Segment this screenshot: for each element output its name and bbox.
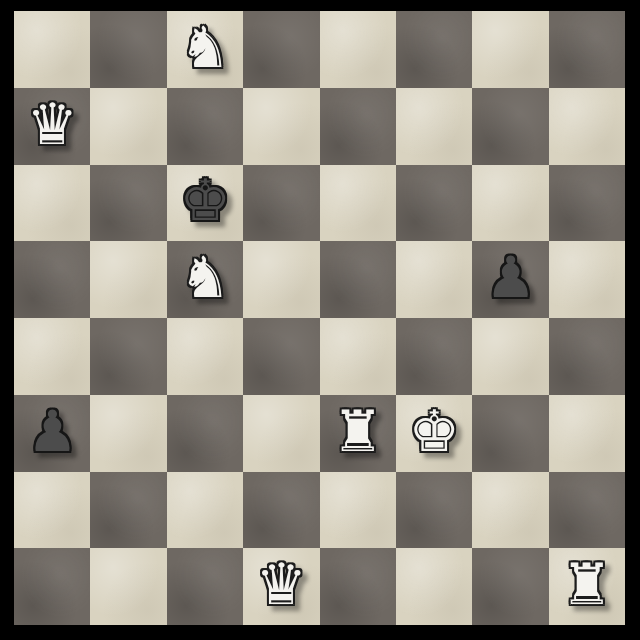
square-f5[interactable]: [396, 241, 472, 318]
square-g5[interactable]: ♟: [472, 241, 548, 318]
square-b3[interactable]: [90, 395, 166, 472]
piece-white-queen[interactable]: ♛: [27, 96, 78, 153]
piece-white-knight[interactable]: ♞: [179, 19, 230, 76]
square-b5[interactable]: [90, 241, 166, 318]
square-h5[interactable]: [549, 241, 625, 318]
square-b2[interactable]: [90, 472, 166, 549]
square-f1[interactable]: [396, 548, 472, 625]
square-c2[interactable]: [167, 472, 243, 549]
square-e1[interactable]: [320, 548, 396, 625]
piece-white-rook[interactable]: ♜: [332, 403, 383, 460]
square-h4[interactable]: [549, 318, 625, 395]
square-c1[interactable]: [167, 548, 243, 625]
square-e6[interactable]: [320, 165, 396, 242]
chess-board: ♞♛♚♞♟♟♜♚♛♜: [14, 11, 625, 625]
square-f6[interactable]: [396, 165, 472, 242]
piece-white-rook[interactable]: ♜: [561, 556, 612, 613]
square-a7[interactable]: ♛: [14, 88, 90, 165]
square-d6[interactable]: [243, 165, 319, 242]
square-f3[interactable]: ♚: [396, 395, 472, 472]
square-d5[interactable]: [243, 241, 319, 318]
chess-app-background: ♞♛♚♞♟♟♜♚♛♜: [0, 0, 640, 640]
square-h6[interactable]: [549, 165, 625, 242]
square-e2[interactable]: [320, 472, 396, 549]
square-e8[interactable]: [320, 11, 396, 88]
piece-black-pawn[interactable]: ♟: [27, 403, 78, 460]
square-g1[interactable]: [472, 548, 548, 625]
square-a4[interactable]: [14, 318, 90, 395]
square-b6[interactable]: [90, 165, 166, 242]
square-h2[interactable]: [549, 472, 625, 549]
square-h1[interactable]: ♜: [549, 548, 625, 625]
square-c4[interactable]: [167, 318, 243, 395]
square-d8[interactable]: [243, 11, 319, 88]
square-e5[interactable]: [320, 241, 396, 318]
square-f4[interactable]: [396, 318, 472, 395]
square-g6[interactable]: [472, 165, 548, 242]
square-g7[interactable]: [472, 88, 548, 165]
piece-white-queen[interactable]: ♛: [256, 556, 307, 613]
square-f7[interactable]: [396, 88, 472, 165]
square-h3[interactable]: [549, 395, 625, 472]
square-a6[interactable]: [14, 165, 90, 242]
square-d1[interactable]: ♛: [243, 548, 319, 625]
square-c3[interactable]: [167, 395, 243, 472]
square-h7[interactable]: [549, 88, 625, 165]
piece-black-pawn[interactable]: ♟: [485, 249, 536, 306]
square-a3[interactable]: ♟: [14, 395, 90, 472]
square-g3[interactable]: [472, 395, 548, 472]
square-c6[interactable]: ♚: [167, 165, 243, 242]
square-c8[interactable]: ♞: [167, 11, 243, 88]
square-c5[interactable]: ♞: [167, 241, 243, 318]
square-c7[interactable]: [167, 88, 243, 165]
square-b7[interactable]: [90, 88, 166, 165]
square-d7[interactable]: [243, 88, 319, 165]
square-d3[interactable]: [243, 395, 319, 472]
square-b8[interactable]: [90, 11, 166, 88]
square-a8[interactable]: [14, 11, 90, 88]
square-f2[interactable]: [396, 472, 472, 549]
square-e7[interactable]: [320, 88, 396, 165]
square-a1[interactable]: [14, 548, 90, 625]
piece-black-king[interactable]: ♚: [179, 172, 230, 229]
square-d4[interactable]: [243, 318, 319, 395]
square-b1[interactable]: [90, 548, 166, 625]
square-e3[interactable]: ♜: [320, 395, 396, 472]
piece-white-king[interactable]: ♚: [409, 403, 460, 460]
square-g4[interactable]: [472, 318, 548, 395]
square-g2[interactable]: [472, 472, 548, 549]
square-f8[interactable]: [396, 11, 472, 88]
square-e4[interactable]: [320, 318, 396, 395]
square-a5[interactable]: [14, 241, 90, 318]
square-d2[interactable]: [243, 472, 319, 549]
square-g8[interactable]: [472, 11, 548, 88]
square-h8[interactable]: [549, 11, 625, 88]
square-a2[interactable]: [14, 472, 90, 549]
piece-white-knight[interactable]: ♞: [179, 249, 230, 306]
square-b4[interactable]: [90, 318, 166, 395]
